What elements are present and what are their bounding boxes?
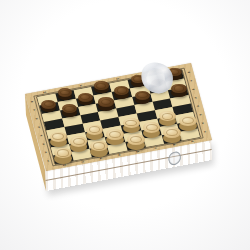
coord-top-1: G	[61, 88, 65, 90]
square-r8c1[interactable]	[53, 152, 73, 164]
coord-right-7: 1	[203, 131, 206, 133]
square-r8c6[interactable]	[143, 135, 163, 147]
coord-top-7: A	[171, 68, 174, 70]
coord-left-0: 8	[30, 101, 33, 103]
square-r8c7[interactable]	[161, 132, 181, 144]
coord-right-4: 4	[197, 105, 200, 107]
coord-left-1: 7	[33, 109, 36, 111]
square-r8c8[interactable]	[180, 129, 200, 141]
coord-top-3: E	[98, 81, 101, 83]
coord-left-3: 5	[37, 126, 40, 128]
coord-left-6: 2	[44, 152, 47, 154]
coord-top-2: F	[80, 85, 83, 87]
coord-top-5: C	[134, 74, 137, 76]
coord-right-0: 8	[187, 72, 190, 74]
coord-right-1: 7	[190, 80, 193, 82]
product-photo-scene: HH88GG77FF66EE55DD44CC33BB22AA11	[0, 0, 250, 250]
coord-left-5: 3	[42, 143, 45, 145]
metal-clasp-icon	[168, 150, 182, 167]
coord-top-0: H	[43, 91, 47, 93]
coord-right-5: 3	[199, 114, 202, 116]
coord-right-6: 2	[201, 122, 204, 124]
square-r8c2[interactable]	[71, 149, 91, 161]
coord-left-2: 6	[35, 118, 38, 120]
coord-right-2: 6	[192, 89, 195, 91]
coord-right-3: 5	[194, 97, 197, 99]
square-r8c4[interactable]	[107, 142, 127, 154]
coord-top-4: D	[116, 78, 120, 80]
coord-left-7: 1	[47, 160, 50, 162]
coord-left-4: 4	[40, 135, 43, 137]
square-r8c5[interactable]	[125, 139, 145, 151]
square-r8c3[interactable]	[89, 145, 109, 157]
